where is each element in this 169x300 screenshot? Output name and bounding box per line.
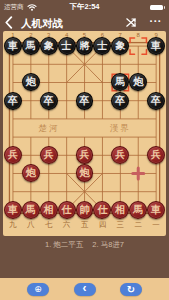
column-labels-bottom: 九八七六五四三二一: [4, 220, 165, 230]
piece-br: 車: [4, 37, 22, 55]
board-point[interactable]: [40, 128, 58, 146]
move-item: 2. 马8进7: [92, 240, 124, 250]
piece-bp: 卒: [147, 92, 165, 110]
board-point[interactable]: [111, 55, 129, 73]
board-point[interactable]: [129, 37, 147, 55]
point-rp[interactable]: 兵: [147, 146, 165, 164]
file-label: 八: [22, 220, 40, 230]
piece-rp: 兵: [147, 146, 165, 164]
board-point[interactable]: [58, 164, 76, 182]
board-point[interactable]: [40, 183, 58, 201]
board-point[interactable]: [93, 164, 111, 182]
point-br[interactable]: 車: [4, 37, 22, 55]
board-point[interactable]: [147, 110, 165, 128]
back-button[interactable]: [5, 16, 15, 29]
board-point[interactable]: [147, 164, 165, 182]
piece-rk: 帥: [76, 201, 94, 219]
piece-rp: 兵: [4, 146, 22, 164]
file-label: 三: [111, 220, 129, 230]
piece-rn: 馬: [22, 201, 40, 219]
point-rn[interactable]: 馬: [22, 201, 40, 219]
move-item: 1. 炮二平五: [45, 240, 83, 250]
piece-bc: 炮: [22, 73, 40, 91]
board-point[interactable]: [22, 146, 40, 164]
point-bp[interactable]: 卒: [76, 92, 94, 110]
board-point[interactable]: [129, 55, 147, 73]
board-point[interactable]: [58, 110, 76, 128]
point-rn[interactable]: 馬: [129, 201, 147, 219]
point-ba[interactable]: 士: [58, 37, 76, 55]
point-bp[interactable]: 卒: [147, 92, 165, 110]
board-point[interactable]: [4, 128, 22, 146]
board-point[interactable]: [40, 164, 58, 182]
board-point[interactable]: [147, 183, 165, 201]
board-point[interactable]: [129, 92, 147, 110]
restart-button[interactable]: ↻: [120, 283, 142, 296]
board-point[interactable]: [4, 164, 22, 182]
piece-rp: 兵: [40, 146, 58, 164]
point-rc[interactable]: 炮: [22, 164, 40, 182]
point-bc[interactable]: 炮: [22, 73, 40, 91]
point-rb[interactable]: 相: [111, 201, 129, 219]
chevron-left-icon: [5, 16, 13, 29]
plus-circle-icon: ⊕: [34, 283, 42, 296]
board-point[interactable]: [129, 128, 147, 146]
point-bp[interactable]: 卒: [40, 92, 58, 110]
file-label: 六: [58, 220, 76, 230]
piece-rc: 炮: [22, 164, 40, 182]
point-bk[interactable]: 將: [76, 37, 94, 55]
board-point[interactable]: [58, 73, 76, 91]
piece-bn: 馬: [111, 73, 129, 91]
file-label: 二: [129, 220, 147, 230]
board-point[interactable]: [22, 92, 40, 110]
board-point[interactable]: [4, 73, 22, 91]
piece-rb: 相: [40, 201, 58, 219]
nav-bar: 人机对战 ···: [0, 14, 169, 31]
board-point[interactable]: [40, 110, 58, 128]
board-point[interactable]: [22, 128, 40, 146]
file-label: 九: [4, 220, 22, 230]
board-point[interactable]: [58, 92, 76, 110]
board-point[interactable]: [22, 183, 40, 201]
point-rp[interactable]: 兵: [111, 146, 129, 164]
board-point[interactable]: [129, 110, 147, 128]
point-bb[interactable]: 象: [111, 37, 129, 55]
bottom-toolbar: ⊕ ‹ ↻: [0, 278, 169, 300]
file-label: 五: [76, 220, 94, 230]
point-rp[interactable]: 兵: [4, 146, 22, 164]
piece-br: 車: [147, 37, 165, 55]
point-rc[interactable]: 炮: [76, 164, 94, 182]
status-bar: 运营商 下午2:54: [0, 0, 169, 14]
board-point[interactable]: [58, 55, 76, 73]
piece-bp: 卒: [4, 92, 22, 110]
board-point[interactable]: [147, 73, 165, 91]
point-rp[interactable]: 兵: [40, 146, 58, 164]
board-point[interactable]: [4, 55, 22, 73]
swap-sides-icon[interactable]: [125, 17, 137, 28]
piece-rr: 車: [4, 201, 22, 219]
more-menu-button[interactable]: ···: [150, 15, 163, 27]
chevron-left-icon: ‹: [83, 282, 87, 294]
page-title: 人机对战: [21, 17, 63, 31]
board-point[interactable]: [4, 183, 22, 201]
piece-ba: 士: [93, 37, 111, 55]
point-rb[interactable]: 相: [40, 201, 58, 219]
move-list: 1. 炮二平五 2. 马8进7: [0, 240, 169, 250]
point-rp[interactable]: 兵: [76, 146, 94, 164]
board-point[interactable]: [129, 164, 147, 182]
board-point[interactable]: [76, 183, 94, 201]
piece-bp: 卒: [76, 92, 94, 110]
piece-rn: 馬: [129, 201, 147, 219]
undo-button[interactable]: ‹: [74, 283, 96, 296]
piece-bb: 象: [40, 37, 58, 55]
point-rr[interactable]: 車: [4, 201, 22, 219]
file-label: 一: [147, 220, 165, 230]
piece-rp: 兵: [111, 146, 129, 164]
piece-rp: 兵: [76, 146, 94, 164]
piece-bp: 卒: [111, 92, 129, 110]
board-grid: 車馬象士將士象車炮馬炮卒卒卒卒卒兵兵兵兵兵炮炮車馬相仕帥仕相馬車: [4, 37, 165, 219]
piece-bn: 馬: [22, 37, 40, 55]
refresh-icon: ↻: [127, 283, 135, 296]
board-point[interactable]: [76, 110, 94, 128]
piece-bp: 卒: [40, 92, 58, 110]
point-ra[interactable]: 仕: [58, 201, 76, 219]
board-point[interactable]: [4, 110, 22, 128]
point-bp[interactable]: 卒: [4, 92, 22, 110]
point-br[interactable]: 車: [147, 37, 165, 55]
piece-rr: 車: [147, 201, 165, 219]
board-point[interactable]: [76, 55, 94, 73]
board-point[interactable]: [111, 183, 129, 201]
battery-icon: [150, 5, 163, 11]
point-ra[interactable]: 仕: [93, 201, 111, 219]
board-point[interactable]: [93, 128, 111, 146]
clock-time: 下午2:54: [0, 2, 169, 12]
piece-rb: 相: [111, 201, 129, 219]
xiangqi-board: 123456789 楚河漢界 車馬象士將士象車炮馬炮卒卒卒卒卒兵兵兵兵兵炮炮車馬…: [3, 31, 166, 236]
piece-ra: 仕: [93, 201, 111, 219]
board-point[interactable]: [111, 164, 129, 182]
board-point[interactable]: [58, 128, 76, 146]
piece-bc: 炮: [129, 73, 147, 91]
board-point[interactable]: [111, 128, 129, 146]
piece-ba: 士: [58, 37, 76, 55]
board-point[interactable]: [58, 146, 76, 164]
point-rk[interactable]: 帥: [76, 201, 94, 219]
board-point[interactable]: [93, 146, 111, 164]
point-bc[interactable]: 炮: [129, 73, 147, 91]
point-ba[interactable]: 士: [93, 37, 111, 55]
board-point[interactable]: [40, 73, 58, 91]
file-label: 四: [93, 220, 111, 230]
piece-rc: 炮: [76, 164, 94, 182]
board-point[interactable]: [147, 128, 165, 146]
board-point[interactable]: [147, 55, 165, 73]
board-point[interactable]: [76, 73, 94, 91]
new-game-button[interactable]: ⊕: [27, 283, 49, 296]
point-rr[interactable]: 車: [147, 201, 165, 219]
board-point[interactable]: [40, 55, 58, 73]
point-bn[interactable]: 馬: [22, 37, 40, 55]
board-point[interactable]: [76, 128, 94, 146]
board-point[interactable]: [93, 92, 111, 110]
board-point[interactable]: [129, 183, 147, 201]
piece-ra: 仕: [58, 201, 76, 219]
board-point[interactable]: [93, 183, 111, 201]
point-bn[interactable]: 馬: [111, 73, 129, 91]
board-point[interactable]: [22, 110, 40, 128]
board-point[interactable]: [129, 146, 147, 164]
piece-bk: 將: [76, 37, 94, 55]
board-point[interactable]: [93, 110, 111, 128]
board-point[interactable]: [111, 110, 129, 128]
board-point[interactable]: [22, 55, 40, 73]
board-point[interactable]: [93, 73, 111, 91]
point-bp[interactable]: 卒: [111, 92, 129, 110]
board-point[interactable]: [58, 183, 76, 201]
point-bb[interactable]: 象: [40, 37, 58, 55]
board-point[interactable]: [93, 55, 111, 73]
piece-bb: 象: [111, 37, 129, 55]
file-label: 七: [40, 220, 58, 230]
app-screen: 运营商 下午2:54 人机对战 ··· 123456789 楚河漢界 車: [0, 0, 169, 300]
